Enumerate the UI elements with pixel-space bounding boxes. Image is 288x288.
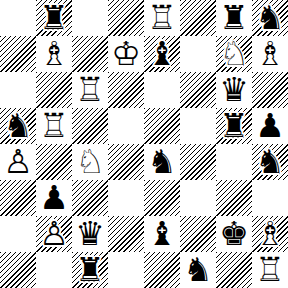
square-f2[interactable] [180, 216, 216, 252]
square-h4[interactable]: ♞♞ [252, 144, 288, 180]
square-f8[interactable] [180, 0, 216, 36]
square-b5[interactable]: ♜♖ [36, 108, 72, 144]
square-f4[interactable] [180, 144, 216, 180]
square-h5[interactable]: ♟♟ [252, 108, 288, 144]
square-g6[interactable]: ♛♛ [216, 72, 252, 108]
square-a6[interactable] [0, 72, 36, 108]
square-c2[interactable]: ♛♛ [72, 216, 108, 252]
black-pawn-piece: ♟ [36, 180, 72, 216]
piece-halo: ♞ [0, 108, 36, 144]
black-bishop-piece: ♝ [144, 216, 180, 252]
black-queen-piece: ♛ [72, 216, 108, 252]
chess-board: ♜♜♜♖♜♜♞♞♝♗♚♔♝♝♞♘♝♗♜♖♛♛♞♞♜♖♜♜♟♟♟♙♞♘♞♞♞♞♟♟… [0, 0, 288, 288]
square-a2[interactable] [0, 216, 36, 252]
square-h3[interactable] [252, 180, 288, 216]
square-h2[interactable]: ♝♗ [252, 216, 288, 252]
square-a1[interactable] [0, 252, 36, 288]
piece-halo: ♝ [144, 216, 180, 252]
piece-halo: ♛ [216, 72, 252, 108]
square-g2[interactable]: ♚♚ [216, 216, 252, 252]
square-a4[interactable]: ♟♙ [0, 144, 36, 180]
square-a7[interactable] [0, 36, 36, 72]
piece-halo: ♞ [180, 252, 216, 288]
square-d3[interactable] [108, 180, 144, 216]
piece-halo: ♝ [36, 36, 72, 72]
square-g7[interactable]: ♞♘ [216, 36, 252, 72]
square-d6[interactable] [108, 72, 144, 108]
white-bishop-piece: ♗ [36, 36, 72, 72]
square-e4[interactable]: ♞♞ [144, 144, 180, 180]
white-bishop-piece: ♗ [252, 216, 288, 252]
square-e1[interactable] [144, 252, 180, 288]
square-b4[interactable] [36, 144, 72, 180]
square-e5[interactable] [144, 108, 180, 144]
square-h8[interactable]: ♞♞ [252, 0, 288, 36]
square-g1[interactable] [216, 252, 252, 288]
square-f6[interactable] [180, 72, 216, 108]
square-c8[interactable] [72, 0, 108, 36]
square-d1[interactable] [108, 252, 144, 288]
square-e8[interactable]: ♜♖ [144, 0, 180, 36]
piece-halo: ♞ [144, 144, 180, 180]
piece-halo: ♚ [216, 216, 252, 252]
square-f5[interactable] [180, 108, 216, 144]
black-pawn-piece: ♟ [252, 108, 288, 144]
square-h6[interactable] [252, 72, 288, 108]
square-c5[interactable] [72, 108, 108, 144]
white-king-piece: ♔ [108, 36, 144, 72]
piece-halo: ♟ [252, 108, 288, 144]
white-rook-piece: ♖ [144, 0, 180, 36]
square-b2[interactable]: ♟♙ [36, 216, 72, 252]
piece-halo: ♜ [72, 72, 108, 108]
square-f3[interactable] [180, 180, 216, 216]
square-d2[interactable] [108, 216, 144, 252]
piece-halo: ♛ [72, 216, 108, 252]
piece-halo: ♞ [252, 144, 288, 180]
square-c4[interactable]: ♞♘ [72, 144, 108, 180]
square-d5[interactable] [108, 108, 144, 144]
square-h7[interactable]: ♝♗ [252, 36, 288, 72]
square-g8[interactable]: ♜♜ [216, 0, 252, 36]
white-pawn-piece: ♙ [36, 216, 72, 252]
square-e7[interactable]: ♝♝ [144, 36, 180, 72]
piece-halo: ♟ [0, 144, 36, 180]
piece-halo: ♜ [36, 0, 72, 36]
white-bishop-piece: ♗ [252, 36, 288, 72]
piece-halo: ♞ [216, 36, 252, 72]
black-knight-piece: ♞ [180, 252, 216, 288]
black-rook-piece: ♜ [72, 252, 108, 288]
square-g4[interactable] [216, 144, 252, 180]
square-f7[interactable] [180, 36, 216, 72]
square-c3[interactable] [72, 180, 108, 216]
black-knight-piece: ♞ [252, 144, 288, 180]
black-bishop-piece: ♝ [144, 36, 180, 72]
piece-halo: ♝ [252, 36, 288, 72]
square-a8[interactable] [0, 0, 36, 36]
black-knight-piece: ♞ [0, 108, 36, 144]
white-knight-piece: ♘ [72, 144, 108, 180]
square-b7[interactable]: ♝♗ [36, 36, 72, 72]
piece-halo: ♝ [144, 36, 180, 72]
square-e6[interactable] [144, 72, 180, 108]
square-f1[interactable]: ♞♞ [180, 252, 216, 288]
piece-halo: ♝ [252, 216, 288, 252]
square-c7[interactable] [72, 36, 108, 72]
square-g5[interactable]: ♜♜ [216, 108, 252, 144]
piece-halo: ♜ [216, 0, 252, 36]
square-b3[interactable]: ♟♟ [36, 180, 72, 216]
square-b1[interactable] [36, 252, 72, 288]
piece-halo: ♞ [72, 144, 108, 180]
square-c1[interactable]: ♜♜ [72, 252, 108, 288]
piece-halo: ♜ [72, 252, 108, 288]
piece-halo: ♞ [252, 0, 288, 36]
black-knight-piece: ♞ [144, 144, 180, 180]
square-g3[interactable] [216, 180, 252, 216]
piece-halo: ♟ [36, 180, 72, 216]
square-b6[interactable] [36, 72, 72, 108]
black-rook-piece: ♜ [216, 0, 252, 36]
white-rook-piece: ♖ [252, 252, 288, 288]
square-e2[interactable]: ♝♝ [144, 216, 180, 252]
white-rook-piece: ♖ [36, 108, 72, 144]
piece-halo: ♜ [144, 0, 180, 36]
piece-halo: ♚ [108, 36, 144, 72]
piece-halo: ♟ [36, 216, 72, 252]
square-e3[interactable] [144, 180, 180, 216]
square-d7[interactable]: ♚♔ [108, 36, 144, 72]
square-a5[interactable]: ♞♞ [0, 108, 36, 144]
white-knight-piece: ♘ [216, 36, 252, 72]
white-pawn-piece: ♙ [0, 144, 36, 180]
black-rook-piece: ♜ [216, 108, 252, 144]
piece-halo: ♜ [36, 108, 72, 144]
black-queen-piece: ♛ [216, 72, 252, 108]
square-b8[interactable]: ♜♜ [36, 0, 72, 36]
black-king-piece: ♚ [216, 216, 252, 252]
square-c6[interactable]: ♜♖ [72, 72, 108, 108]
square-d8[interactable] [108, 0, 144, 36]
black-rook-piece: ♜ [36, 0, 72, 36]
square-d4[interactable] [108, 144, 144, 180]
square-a3[interactable] [0, 180, 36, 216]
square-h1[interactable]: ♜♖ [252, 252, 288, 288]
piece-halo: ♜ [216, 108, 252, 144]
piece-halo: ♜ [252, 252, 288, 288]
white-rook-piece: ♖ [72, 72, 108, 108]
black-knight-piece: ♞ [252, 0, 288, 36]
